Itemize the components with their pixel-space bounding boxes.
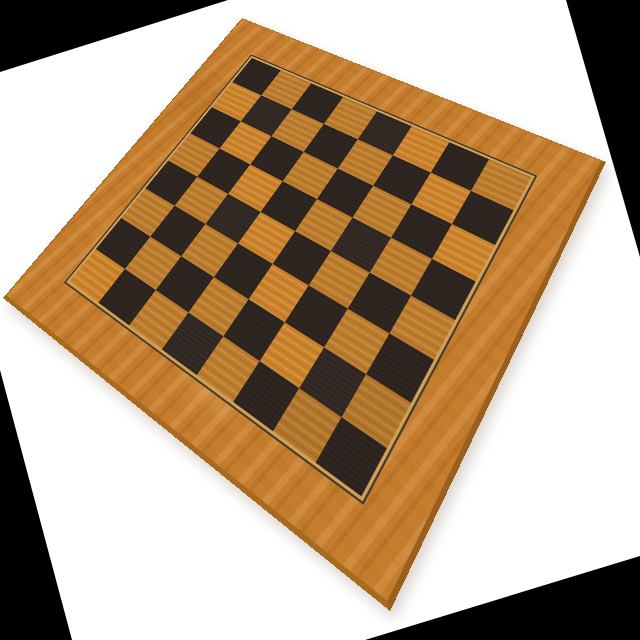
chessboard-frame: [3, 18, 606, 611]
board-grid: [69, 58, 531, 496]
photo-stage: [0, 0, 640, 640]
board-inner-border: [64, 54, 537, 504]
